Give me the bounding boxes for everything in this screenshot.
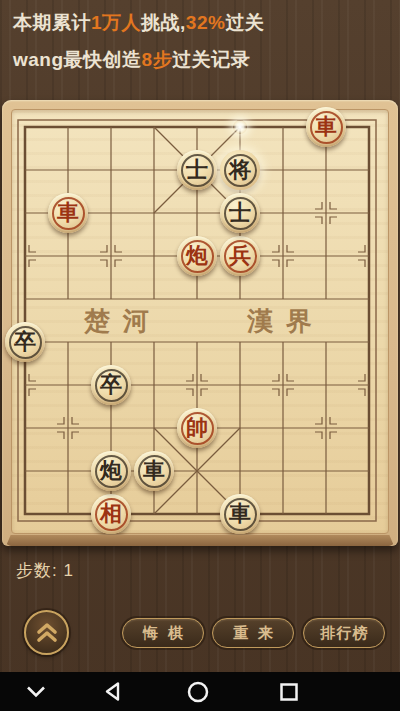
piece-character: 車 [315, 116, 337, 138]
piece-red-相[interactable]: 相 [91, 494, 131, 534]
back-icon[interactable] [104, 681, 121, 705]
challenge-stats-line: 本期累计1万人挑战,32%过关 [13, 10, 264, 36]
piece-character: 車 [229, 503, 251, 525]
piece-character: 士 [186, 159, 208, 181]
recents-icon[interactable] [280, 683, 298, 704]
piece-red-炮[interactable]: 炮 [177, 236, 217, 276]
record-line: wang最快创造8步过关记录 [13, 47, 250, 73]
home-icon[interactable] [187, 681, 209, 706]
piece-black-卒[interactable]: 卒 [91, 365, 131, 405]
piece-red-帥[interactable]: 帥 [177, 408, 217, 448]
header-text-segment: 1万人 [91, 12, 141, 33]
undo-button[interactable]: 悔 棋 [122, 618, 204, 648]
collapse-button[interactable] [24, 610, 69, 655]
android-navbar [0, 672, 400, 711]
piece-black-車[interactable]: 車 [220, 494, 260, 534]
piece-character: 士 [229, 202, 251, 224]
piece-black-将[interactable]: 将 [220, 150, 260, 190]
piece-character: 車 [57, 202, 79, 224]
header-text-segment: wang最快创造 [13, 49, 142, 70]
header-text-segment: 本期累计 [13, 12, 91, 33]
leaderboard-button[interactable]: 排行榜 [303, 618, 385, 648]
piece-character: 卒 [100, 374, 122, 396]
piece-character: 車 [143, 460, 165, 482]
piece-character: 兵 [229, 245, 251, 267]
header-text-segment: 32% [186, 12, 226, 33]
header-text-segment: 挑战, [141, 12, 186, 33]
piece-red-車[interactable]: 車 [306, 107, 346, 147]
piece-red-兵[interactable]: 兵 [220, 236, 260, 276]
piece-character: 相 [100, 503, 122, 525]
piece-character: 炮 [186, 245, 208, 267]
piece-character: 卒 [14, 331, 36, 353]
header-text-segment: 8步 [142, 49, 173, 70]
header-text-segment: 过关记录 [172, 49, 250, 70]
piece-black-士[interactable]: 士 [220, 193, 260, 233]
piece-character: 将 [229, 159, 251, 181]
piece-red-車[interactable]: 車 [48, 193, 88, 233]
piece-black-士[interactable]: 士 [177, 150, 217, 190]
restart-button[interactable]: 重 来 [212, 618, 294, 648]
xiangqi-board[interactable]: 楚 河 漢 界 車車炮兵帥相士将士卒卒炮車車 [2, 100, 398, 546]
piece-black-車[interactable]: 車 [134, 451, 174, 491]
piece-character: 炮 [100, 460, 122, 482]
header-text-segment: 过关 [225, 12, 264, 33]
step-counter: 步数: 1 [16, 559, 74, 582]
piece-character: 帥 [186, 417, 208, 439]
double-chevron-up-icon [34, 621, 60, 644]
board-front-edge [6, 535, 394, 546]
piece-black-卒[interactable]: 卒 [5, 322, 45, 362]
piece-black-炮[interactable]: 炮 [91, 451, 131, 491]
chevron-down-icon[interactable] [26, 685, 46, 701]
